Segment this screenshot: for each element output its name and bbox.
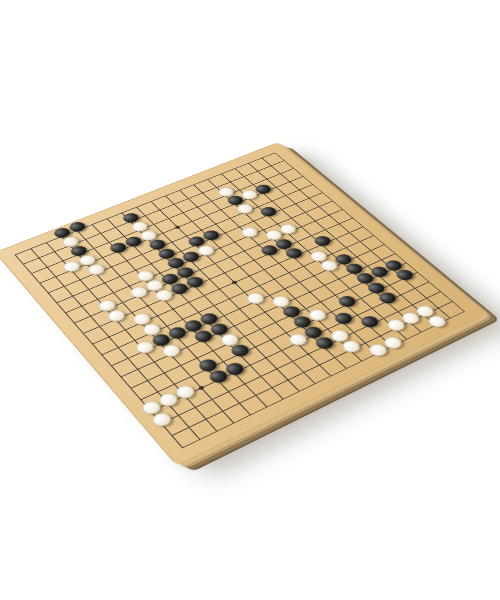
- go-board: [0, 143, 486, 466]
- product-photo-scene: [0, 0, 500, 600]
